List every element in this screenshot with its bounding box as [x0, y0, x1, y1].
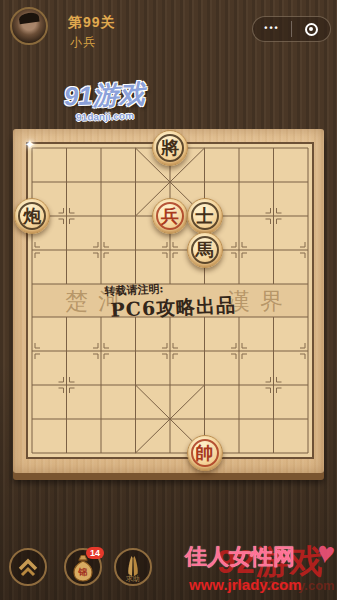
- svg-text:锦: 锦: [78, 567, 88, 577]
- level-title: 第99关: [68, 14, 116, 32]
- piece-glyph: 兵: [161, 207, 179, 225]
- heart-icon: ♥: [315, 535, 337, 571]
- watermark-bottom: 92游戏 佳人女性网 ♥ www.92dany.com www.jrlady.c…: [183, 534, 335, 598]
- piece-glyph: 士: [196, 207, 214, 225]
- watermark-92games-title: 92游戏: [217, 540, 324, 585]
- player-name: 小兵: [70, 34, 96, 51]
- watermark-jrlady-title: 佳人女性网: [185, 542, 295, 572]
- piece-black-士[interactable]: 士: [187, 198, 223, 234]
- more-button[interactable]: •••: [253, 17, 291, 41]
- praying-hands-icon: 求助: [116, 550, 150, 584]
- xiangqi-board[interactable]: ✦ 楚河 漢界 转载请注明: PC6攻略出品 將炮兵士馬帥: [13, 129, 324, 473]
- chevron-up-icon: [11, 550, 45, 584]
- more-dots-icon: •••: [264, 23, 279, 35]
- watermark-91games-url: 91danji.com: [64, 110, 145, 124]
- piece-black-將[interactable]: 將: [152, 130, 188, 166]
- piece-black-炮[interactable]: 炮: [14, 198, 50, 234]
- player-avatar[interactable]: [10, 7, 48, 45]
- exit-button[interactable]: [292, 17, 330, 41]
- piece-glyph: 帥: [196, 444, 214, 462]
- watermark-91games: 91游戏 91danji.com: [63, 77, 145, 124]
- piece-glyph: 馬: [196, 241, 214, 259]
- wechat-capsule: •••: [252, 16, 331, 42]
- target-icon: [305, 23, 318, 36]
- piece-red-兵[interactable]: 兵: [152, 198, 188, 234]
- watermark-92games-url: www.92dany.com: [227, 578, 335, 593]
- piece-black-馬[interactable]: 馬: [187, 232, 223, 268]
- piece-red-帥[interactable]: 帥: [187, 435, 223, 471]
- watermark-91games-title: 91游戏: [63, 77, 145, 115]
- svg-text:求助: 求助: [126, 575, 140, 583]
- watermark-jrlady-url: www.jrlady.com: [189, 576, 302, 593]
- piece-glyph: 炮: [23, 207, 41, 225]
- ask-help-button[interactable]: 求助: [114, 548, 152, 586]
- board-grid: [13, 129, 324, 473]
- expand-menu-button[interactable]: [9, 548, 47, 586]
- piece-glyph: 將: [161, 139, 179, 157]
- hint-count-badge: 14: [86, 547, 104, 559]
